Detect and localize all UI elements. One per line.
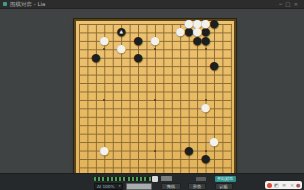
white-stone: ● bbox=[201, 19, 211, 29]
star-point bbox=[154, 48, 156, 50]
move-slider[interactable] bbox=[94, 177, 152, 181]
star-point bbox=[205, 99, 207, 101]
window-title: 围棋对弈 - Lia bbox=[10, 0, 45, 8]
record-dot-icon[interactable] bbox=[267, 183, 272, 188]
star-point bbox=[103, 48, 105, 50]
app-icon bbox=[3, 2, 7, 6]
black-stone: ● bbox=[91, 53, 101, 63]
black-stone: ● bbox=[209, 61, 219, 71]
white-stone: ● bbox=[184, 19, 194, 29]
white-stone: ● bbox=[209, 137, 219, 147]
main-area: ●▲●●●●●●●●●●●●●●●●●●●●●● bbox=[0, 9, 304, 173]
black-stone: ● bbox=[201, 36, 211, 46]
tray-panel-icon[interactable]: ◩ bbox=[274, 181, 279, 189]
black-stone: ●▲ bbox=[116, 27, 126, 37]
star-point bbox=[205, 150, 207, 152]
window-controls[interactable]: ─□× bbox=[279, 0, 301, 8]
ai-level-dropdown[interactable]: AI 100% ▾ bbox=[94, 183, 123, 190]
board-grid[interactable]: ●▲●●●●●●●●●●●●●●●●●●●●●● bbox=[79, 24, 232, 177]
bottom-toolbar: 开始对局 AI 100% ▾ 悔棋 形势 认输 ◩ ≡ × ● bbox=[0, 173, 304, 190]
start-game-button[interactable]: 开始对局 bbox=[215, 176, 236, 183]
black-stone: ● bbox=[201, 154, 211, 164]
tray-widget[interactable]: ◩ ≡ × ● bbox=[265, 181, 302, 189]
close-icon[interactable]: × bbox=[293, 1, 301, 7]
estimate-button[interactable]: 形势 bbox=[188, 183, 206, 190]
black-stone: ● bbox=[133, 53, 143, 63]
tray-menu-icon[interactable]: ≡ bbox=[282, 181, 286, 189]
white-stone: ● bbox=[192, 19, 202, 29]
white-stone: ● bbox=[99, 36, 109, 46]
title-bar: 围棋对弈 - Lia ─□× bbox=[0, 0, 304, 9]
white-stone: ● bbox=[175, 27, 185, 37]
ai-dropdown-value: AI 100% bbox=[97, 184, 114, 190]
app-window: 围棋对弈 - Lia ─□× ●▲●●●●●●●●●●●●●●●●●●●●●● … bbox=[0, 0, 304, 190]
slider-thumb[interactable] bbox=[152, 176, 159, 182]
speed-label bbox=[196, 177, 206, 181]
black-stone: ● bbox=[184, 27, 194, 37]
white-stone: ● bbox=[150, 36, 160, 46]
last-move-triangle-marker: ▲ bbox=[116, 27, 126, 37]
white-stone: ● bbox=[192, 27, 202, 37]
star-point bbox=[103, 99, 105, 101]
black-stone: ● bbox=[133, 36, 143, 46]
tray-dot-icon[interactable]: ● bbox=[296, 181, 300, 189]
white-stone: ● bbox=[201, 103, 211, 113]
star-point bbox=[103, 150, 105, 152]
chevron-down-icon: ▾ bbox=[119, 184, 121, 190]
black-stone: ● bbox=[209, 19, 219, 29]
star-point bbox=[154, 99, 156, 101]
black-stone: ● bbox=[201, 27, 211, 37]
move-input[interactable] bbox=[126, 183, 152, 190]
white-stone: ● bbox=[116, 44, 126, 54]
black-stone: ● bbox=[192, 36, 202, 46]
resign-button[interactable]: 认输 bbox=[215, 183, 233, 190]
star-point bbox=[205, 48, 207, 50]
undo-button[interactable]: 悔棋 bbox=[161, 183, 181, 190]
move-counter-label bbox=[161, 176, 172, 181]
go-board[interactable]: ●▲●●●●●●●●●●●●●●●●●●●●●● bbox=[74, 19, 236, 181]
black-stone: ● bbox=[184, 146, 194, 156]
star-point bbox=[154, 150, 156, 152]
tray-close-icon[interactable]: × bbox=[290, 181, 294, 189]
